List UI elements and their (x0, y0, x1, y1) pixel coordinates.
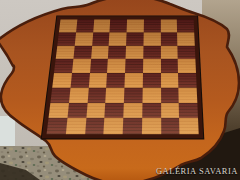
square-d6 (108, 45, 126, 59)
square-h1 (179, 118, 198, 134)
square-h3 (178, 88, 197, 103)
square-b3 (68, 88, 88, 103)
square-b6 (73, 45, 92, 59)
square-f4 (142, 73, 160, 88)
square-d7 (108, 32, 126, 45)
square-b7 (74, 32, 92, 45)
chessboard-wrap (41, 16, 202, 138)
square-e1 (122, 118, 141, 134)
square-c6 (90, 45, 108, 59)
square-d4 (106, 73, 125, 88)
square-d3 (105, 88, 124, 103)
square-a5 (54, 59, 73, 73)
chessboard (41, 16, 202, 138)
square-d1 (103, 118, 123, 134)
square-g3 (160, 88, 178, 103)
square-a3 (50, 88, 70, 103)
square-c3 (87, 88, 106, 103)
square-d2 (104, 103, 123, 119)
watermark-text: GALÉRIA SAVARIA (156, 166, 238, 176)
square-g4 (160, 73, 178, 88)
square-f8 (143, 19, 160, 32)
square-a4 (52, 73, 72, 88)
square-e7 (126, 32, 143, 45)
square-g2 (160, 103, 179, 119)
square-f5 (142, 59, 160, 73)
square-b2 (67, 103, 87, 119)
square-c1 (84, 118, 104, 134)
square-b8 (75, 19, 93, 32)
square-g1 (160, 118, 179, 134)
square-e8 (126, 19, 143, 32)
square-e6 (125, 45, 143, 59)
square-g5 (160, 59, 178, 73)
square-b5 (71, 59, 90, 73)
square-c4 (88, 73, 107, 88)
square-g6 (160, 45, 177, 59)
square-a2 (48, 103, 68, 119)
baseboard (0, 116, 15, 148)
square-h8 (176, 19, 193, 32)
square-e2 (123, 103, 142, 119)
square-f1 (141, 118, 160, 134)
square-e5 (125, 59, 143, 73)
square-c7 (91, 32, 109, 45)
square-b1 (65, 118, 85, 134)
square-h6 (177, 45, 195, 59)
square-f2 (141, 103, 160, 119)
square-a1 (46, 118, 67, 134)
square-f7 (143, 32, 160, 45)
square-f6 (143, 45, 160, 59)
square-d8 (109, 19, 126, 32)
square-b4 (70, 73, 89, 88)
square-c5 (89, 59, 108, 73)
chess-table-photo: GALÉRIA SAVARIA (0, 0, 240, 180)
square-f3 (142, 88, 160, 103)
square-h5 (177, 59, 195, 73)
square-h7 (177, 32, 194, 45)
square-g8 (160, 19, 177, 32)
square-e4 (124, 73, 142, 88)
square-a6 (55, 45, 74, 59)
square-e3 (123, 88, 142, 103)
square-g7 (160, 32, 177, 45)
square-a7 (57, 32, 76, 45)
square-a8 (58, 19, 76, 32)
square-d5 (107, 59, 125, 73)
square-h2 (178, 103, 197, 119)
square-h4 (178, 73, 196, 88)
square-c8 (92, 19, 110, 32)
square-c2 (85, 103, 105, 119)
